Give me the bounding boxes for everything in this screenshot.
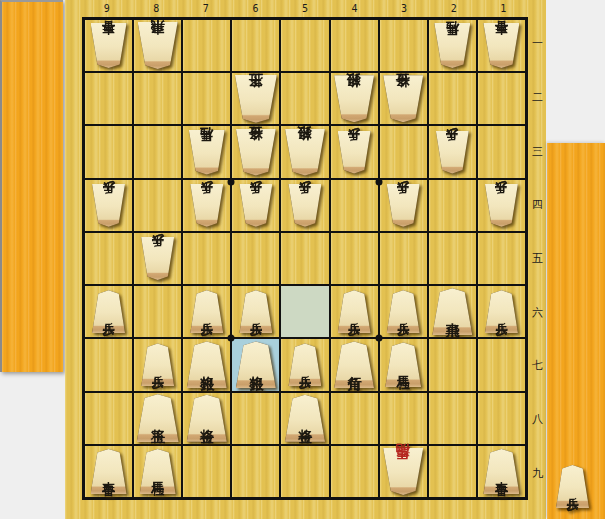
piece-gote-pawn-94[interactable]: 歩兵 xyxy=(92,184,125,227)
piece-face xyxy=(485,290,518,333)
piece-face xyxy=(187,341,227,388)
rank-label-5: 五 xyxy=(529,232,546,286)
piece-face xyxy=(236,129,276,176)
cell-1-3[interactable] xyxy=(478,126,525,177)
cell-4-7[interactable]: 角行 xyxy=(331,339,378,390)
rank-label-3: 三 xyxy=(529,124,546,178)
piece-sente-gold-58[interactable]: 金将 xyxy=(285,395,325,442)
piece-sente-pawn-46[interactable]: 歩兵 xyxy=(338,290,371,333)
piece-gote-knight-21[interactable]: 桂馬 xyxy=(434,23,470,68)
piece-face xyxy=(432,288,472,335)
piece-face xyxy=(334,341,374,388)
rank-labels: 一二三四五六七八九 xyxy=(529,17,546,500)
piece-gote-pawn-54[interactable]: 歩兵 xyxy=(288,184,321,227)
file-label-1: 1 xyxy=(478,0,528,16)
cell-1-9[interactable]: 香車 xyxy=(478,446,525,497)
cell-5-6-move-from[interactable] xyxy=(281,286,328,337)
piece-face xyxy=(285,395,325,442)
cell-5-1[interactable] xyxy=(281,20,328,71)
cell-4-8[interactable] xyxy=(331,393,378,444)
piece-face xyxy=(189,130,225,175)
cell-2-2[interactable] xyxy=(429,73,476,124)
piece-sente-pawn-66[interactable]: 歩兵 xyxy=(239,290,272,333)
cell-3-6[interactable]: 歩兵 xyxy=(380,286,427,337)
cell-6-7-move-to[interactable]: 銀将 xyxy=(232,339,279,390)
cell-1-7[interactable] xyxy=(478,339,525,390)
file-label-8: 8 xyxy=(132,0,182,16)
cell-2-8[interactable] xyxy=(429,393,476,444)
piece-sente-king-88[interactable]: 玉将 xyxy=(137,394,179,442)
piece-face xyxy=(387,184,420,227)
cell-7-6[interactable]: 歩兵 xyxy=(183,286,230,337)
cell-3-8[interactable] xyxy=(380,393,427,444)
piece-face xyxy=(187,395,227,442)
cell-6-5[interactable] xyxy=(232,233,279,284)
cell-9-3[interactable] xyxy=(85,126,132,177)
piece-sente-pawn-76[interactable]: 歩兵 xyxy=(190,290,223,333)
cell-7-9[interactable] xyxy=(183,446,230,497)
sente-komadai: 歩兵 xyxy=(547,143,605,519)
gote-komadai xyxy=(0,0,63,372)
cell-8-3[interactable] xyxy=(134,126,181,177)
piece-gote-rook-81[interactable]: 飛車 xyxy=(138,22,178,69)
cell-4-9[interactable] xyxy=(331,446,378,497)
piece-gote-silver-53[interactable]: 銀将 xyxy=(285,129,325,176)
piece-face xyxy=(190,184,223,227)
piece-sente-lance-99[interactable]: 香車 xyxy=(91,449,127,494)
piece-face xyxy=(483,449,519,494)
piece-sente-silver-77[interactable]: 銀将 xyxy=(187,341,227,388)
rank-label-2: 二 xyxy=(529,71,546,125)
file-label-4: 4 xyxy=(330,0,380,16)
cell-4-5[interactable] xyxy=(331,233,378,284)
cell-4-3[interactable]: 歩兵 xyxy=(331,126,378,177)
piece-gote-lance-11[interactable]: 香車 xyxy=(483,23,519,68)
piece-gote-pawn-34[interactable]: 歩兵 xyxy=(387,184,420,227)
cell-7-2[interactable] xyxy=(183,73,230,124)
piece-sente-lance-19[interactable]: 香車 xyxy=(483,449,519,494)
piece-gote-promoted-bishop-39[interactable]: 龍馬 xyxy=(383,448,423,495)
piece-sente-bishop-47[interactable]: 角行 xyxy=(334,341,374,388)
piece-face xyxy=(141,237,174,280)
cell-4-4[interactable] xyxy=(331,180,378,231)
cell-7-5[interactable] xyxy=(183,233,230,284)
rank-label-8: 八 xyxy=(529,393,546,447)
cell-8-5[interactable]: 歩兵 xyxy=(134,233,181,284)
piece-gote-pawn-23[interactable]: 歩兵 xyxy=(436,131,469,174)
piece-face xyxy=(436,131,469,174)
hand-piece-pawn[interactable]: 歩兵 xyxy=(556,465,589,508)
piece-gote-silver-42[interactable]: 銀将 xyxy=(334,75,374,122)
cell-3-4[interactable]: 歩兵 xyxy=(380,180,427,231)
piece-gote-pawn-74[interactable]: 歩兵 xyxy=(190,184,223,227)
piece-face xyxy=(334,75,374,122)
piece-sente-silver-67[interactable]: 銀将 xyxy=(236,341,276,388)
cell-4-2[interactable]: 銀将 xyxy=(331,73,378,124)
cell-5-3[interactable]: 銀将 xyxy=(281,126,328,177)
piece-face xyxy=(239,184,272,227)
cell-8-8[interactable]: 玉将 xyxy=(134,393,181,444)
cell-2-6[interactable]: 飛車 xyxy=(429,286,476,337)
cell-1-5[interactable] xyxy=(478,233,525,284)
cell-6-3[interactable]: 金将 xyxy=(232,126,279,177)
piece-face xyxy=(138,22,178,69)
piece-face xyxy=(338,131,371,174)
piece-gote-gold-32[interactable]: 金将 xyxy=(383,75,423,122)
file-labels: 987654321 xyxy=(82,0,528,16)
cell-4-6[interactable]: 歩兵 xyxy=(331,286,378,337)
rank-label-9: 九 xyxy=(529,446,546,500)
cell-9-8[interactable] xyxy=(85,393,132,444)
piece-sente-pawn-16[interactable]: 歩兵 xyxy=(485,290,518,333)
piece-face xyxy=(383,448,423,495)
piece-face xyxy=(91,449,127,494)
cell-1-1[interactable]: 香車 xyxy=(478,20,525,71)
cell-6-9[interactable] xyxy=(232,446,279,497)
piece-face xyxy=(383,75,423,122)
piece-face xyxy=(434,23,470,68)
piece-sente-pawn-57[interactable]: 歩兵 xyxy=(288,343,321,386)
cell-1-8[interactable] xyxy=(478,393,525,444)
piece-face xyxy=(137,394,179,442)
piece-face xyxy=(387,290,420,333)
rank-label-1: 一 xyxy=(529,17,546,71)
cell-3-2[interactable]: 金将 xyxy=(380,73,427,124)
rank-label-7: 七 xyxy=(529,339,546,393)
file-label-3: 3 xyxy=(379,0,429,16)
file-label-6: 6 xyxy=(231,0,281,16)
cell-2-1[interactable]: 桂馬 xyxy=(429,20,476,71)
cell-3-9[interactable]: 龍馬 xyxy=(380,446,427,497)
piece-gote-king-62[interactable]: 王将 xyxy=(235,75,277,123)
cell-3-5[interactable] xyxy=(380,233,427,284)
cell-9-9[interactable]: 香車 xyxy=(85,446,132,497)
piece-gote-lance-91[interactable]: 香車 xyxy=(91,23,127,68)
piece-face xyxy=(483,23,519,68)
piece-face xyxy=(556,465,589,508)
piece-face xyxy=(141,343,174,386)
rank-label-4: 四 xyxy=(529,178,546,232)
piece-sente-rook-26[interactable]: 飛車 xyxy=(432,288,472,335)
rank-label-6: 六 xyxy=(529,285,546,339)
cell-6-6[interactable]: 歩兵 xyxy=(232,286,279,337)
piece-gote-knight-73[interactable]: 桂馬 xyxy=(189,130,225,175)
cell-8-9[interactable]: 桂馬 xyxy=(134,446,181,497)
cell-6-1[interactable] xyxy=(232,20,279,71)
cell-5-8[interactable]: 金将 xyxy=(281,393,328,444)
cell-9-7[interactable] xyxy=(85,339,132,390)
piece-sente-knight-37[interactable]: 桂馬 xyxy=(385,342,421,387)
cell-8-2[interactable] xyxy=(134,73,181,124)
piece-gote-gold-63[interactable]: 金将 xyxy=(236,129,276,176)
piece-sente-pawn-36[interactable]: 歩兵 xyxy=(387,290,420,333)
piece-face xyxy=(92,290,125,333)
cell-6-8[interactable] xyxy=(232,393,279,444)
file-label-7: 7 xyxy=(181,0,231,16)
cell-5-7[interactable]: 歩兵 xyxy=(281,339,328,390)
cell-3-3[interactable] xyxy=(380,126,427,177)
piece-face xyxy=(485,184,518,227)
piece-sente-pawn-87[interactable]: 歩兵 xyxy=(141,343,174,386)
cell-8-4[interactable] xyxy=(134,180,181,231)
board-grid: 香車飛車桂馬香車王将銀将金将桂馬金将銀将歩兵歩兵歩兵歩兵歩兵歩兵歩兵歩兵歩兵歩兵… xyxy=(82,17,528,500)
cell-8-6[interactable] xyxy=(134,286,181,337)
cell-8-1[interactable]: 飛車 xyxy=(134,20,181,71)
cell-2-9[interactable] xyxy=(429,446,476,497)
piece-face xyxy=(288,184,321,227)
cell-5-5[interactable] xyxy=(281,233,328,284)
file-label-5: 5 xyxy=(280,0,330,16)
shogi-board: 987654321 香車飛車桂馬香車王将銀将金将桂馬金将銀将歩兵歩兵歩兵歩兵歩兵… xyxy=(65,0,546,519)
cell-2-4[interactable] xyxy=(429,180,476,231)
cell-8-7[interactable]: 歩兵 xyxy=(134,339,181,390)
piece-face xyxy=(236,341,276,388)
cell-6-4[interactable]: 歩兵 xyxy=(232,180,279,231)
shogi-app: 987654321 香車飛車桂馬香車王将銀将金将桂馬金将銀将歩兵歩兵歩兵歩兵歩兵… xyxy=(0,0,605,519)
cell-7-4[interactable]: 歩兵 xyxy=(183,180,230,231)
piece-face xyxy=(140,449,176,494)
cell-9-5[interactable] xyxy=(85,233,132,284)
piece-sente-gold-78[interactable]: 金将 xyxy=(187,395,227,442)
cell-7-8[interactable]: 金将 xyxy=(183,393,230,444)
cell-5-9[interactable] xyxy=(281,446,328,497)
piece-gote-pawn-85[interactable]: 歩兵 xyxy=(141,237,174,280)
piece-face xyxy=(338,290,371,333)
cell-1-2[interactable] xyxy=(478,73,525,124)
file-label-2: 2 xyxy=(429,0,479,16)
cell-5-4[interactable]: 歩兵 xyxy=(281,180,328,231)
piece-gote-pawn-64[interactable]: 歩兵 xyxy=(239,184,272,227)
cell-9-4[interactable]: 歩兵 xyxy=(85,180,132,231)
cell-2-3[interactable]: 歩兵 xyxy=(429,126,476,177)
piece-face xyxy=(92,184,125,227)
cell-3-1[interactable] xyxy=(380,20,427,71)
cell-1-6[interactable]: 歩兵 xyxy=(478,286,525,337)
cell-1-4[interactable]: 歩兵 xyxy=(478,180,525,231)
piece-face xyxy=(385,342,421,387)
cell-5-2[interactable] xyxy=(281,73,328,124)
cell-6-2[interactable]: 王将 xyxy=(232,73,279,124)
cell-4-1[interactable] xyxy=(331,20,378,71)
piece-gote-pawn-14[interactable]: 歩兵 xyxy=(485,184,518,227)
piece-face xyxy=(285,129,325,176)
piece-face xyxy=(288,343,321,386)
file-label-9: 9 xyxy=(82,0,132,16)
cell-9-6[interactable]: 歩兵 xyxy=(85,286,132,337)
piece-sente-knight-89[interactable]: 桂馬 xyxy=(140,449,176,494)
cell-7-3[interactable]: 桂馬 xyxy=(183,126,230,177)
piece-face xyxy=(239,290,272,333)
piece-face xyxy=(91,23,127,68)
cell-9-1[interactable]: 香車 xyxy=(85,20,132,71)
cell-7-7[interactable]: 銀将 xyxy=(183,339,230,390)
cell-7-1[interactable] xyxy=(183,20,230,71)
piece-sente-pawn-96[interactable]: 歩兵 xyxy=(92,290,125,333)
cell-2-7[interactable] xyxy=(429,339,476,390)
piece-face xyxy=(235,75,277,123)
cell-9-2[interactable] xyxy=(85,73,132,124)
piece-face xyxy=(190,290,223,333)
piece-gote-pawn-43[interactable]: 歩兵 xyxy=(338,131,371,174)
cell-2-5[interactable] xyxy=(429,233,476,284)
cell-3-7[interactable]: 桂馬 xyxy=(380,339,427,390)
